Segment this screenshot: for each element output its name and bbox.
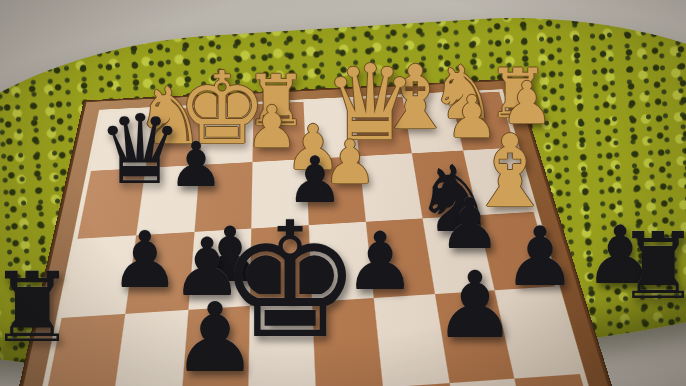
chess-board [0, 89, 686, 386]
square-f3 [188, 229, 252, 310]
square-d2 [306, 156, 366, 225]
board-scene [0, 0, 686, 386]
square-e2 [252, 159, 309, 228]
square-h2 [77, 168, 145, 239]
square-f4 [181, 306, 251, 386]
square-d4 [312, 298, 383, 386]
square-g1 [145, 107, 203, 168]
square-f1 [199, 104, 254, 165]
square-e3 [250, 225, 312, 306]
square-e4 [249, 302, 316, 386]
square-h3 [62, 235, 136, 318]
square-h4 [43, 314, 125, 386]
square-d3 [309, 222, 374, 302]
photo-frame: ♜♞♟♜♝♟♛♞♚♟♟♟♛♟♟♝♞♟♟♟♟♟♟♟♜♟♜♚♟ [0, 0, 686, 386]
square-g4 [112, 310, 188, 386]
chess-board-frame [0, 79, 686, 386]
square-f2 [194, 162, 253, 232]
square-e1 [253, 102, 306, 162]
square-h1 [91, 109, 153, 170]
square-g2 [136, 165, 199, 235]
square-d1 [304, 99, 359, 159]
square-g3 [125, 232, 194, 314]
